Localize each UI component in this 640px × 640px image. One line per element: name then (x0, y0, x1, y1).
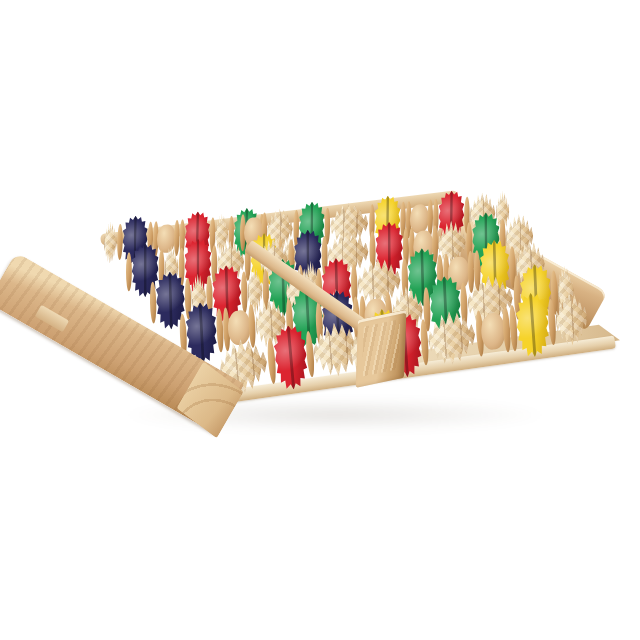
wood-grain-texture (362, 319, 400, 377)
wood-washer (305, 331, 316, 378)
wood-washer (126, 252, 132, 291)
wood-washer (266, 337, 277, 384)
wood-washer (149, 282, 156, 324)
wood-washer (547, 298, 557, 345)
wood-gear-cluster (426, 305, 478, 371)
wood-washer (420, 319, 430, 366)
product-photo (0, 0, 640, 640)
spiky-roller-yellow (515, 291, 551, 360)
wood-washer (117, 224, 123, 260)
wood-gear-cluster (553, 287, 590, 350)
center-divider-front-post (356, 310, 407, 388)
spiky-roller-red (272, 323, 309, 393)
wood-gear-cluster (104, 219, 118, 265)
